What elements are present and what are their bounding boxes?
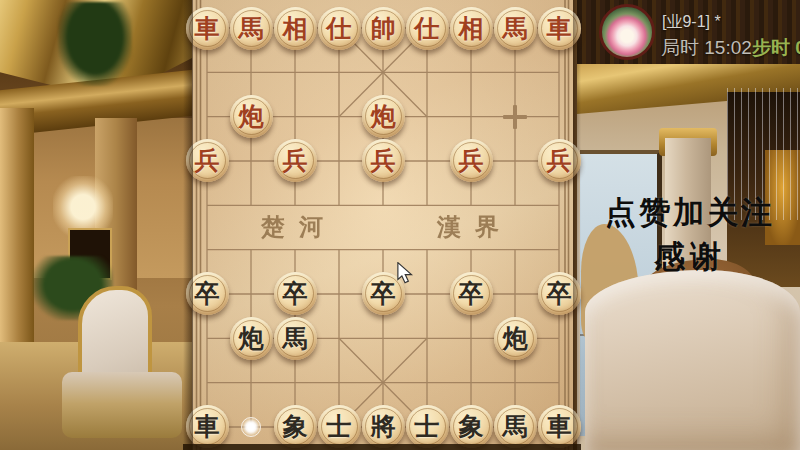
piece-char: 卒 [283,281,308,306]
piece-char: 車 [547,16,572,41]
piece-char: 帥 [371,16,396,41]
board-bottom-edge [183,444,581,450]
left-room-photo [0,0,193,450]
piece-black-馬[interactable]: 馬 [274,317,317,360]
piece-red-相[interactable]: 相 [450,7,493,50]
piece-red-炮[interactable]: 炮 [362,95,405,138]
piece-black-士[interactable]: 士 [406,405,449,448]
piece-char: 象 [283,414,308,439]
piece-char: 車 [195,16,220,41]
piece-char: 相 [283,16,308,41]
gilded-chair-seat [62,372,182,438]
xiangqi-board[interactable]: 楚河 漢界 車馬相仕帥仕相馬車炮炮兵兵兵兵兵卒卒卒卒卒炮馬炮車象士將士象馬車 [192,0,573,450]
piece-red-兵[interactable]: 兵 [450,139,493,182]
piece-red-仕[interactable]: 仕 [318,7,361,50]
piece-red-帥[interactable]: 帥 [362,7,405,50]
piece-black-卒[interactable]: 卒 [274,272,317,315]
step-time-clock: 步时 0 [752,35,800,61]
piece-black-炮[interactable]: 炮 [230,317,273,360]
piece-char: 卒 [195,281,220,306]
piece-red-馬[interactable]: 馬 [230,7,273,50]
piece-red-兵[interactable]: 兵 [274,139,317,182]
piece-char: 炮 [371,104,396,129]
piece-black-象[interactable]: 象 [450,405,493,448]
piece-char: 仕 [327,16,352,41]
piece-char: 士 [327,414,352,439]
player-rank-name: [业9-1] * [662,12,721,33]
piece-char: 相 [459,16,484,41]
player-avatar-lotus[interactable] [599,4,655,60]
hanging-plant [58,2,132,86]
piece-char: 卒 [459,281,484,306]
piece-char: 馬 [503,16,528,41]
board-left-shadow [183,0,193,450]
piece-char: 炮 [239,326,264,351]
streamer-cta-text: 点赞加关注 感谢 [583,192,797,278]
board-right-shadow [573,0,581,450]
piece-red-炮[interactable]: 炮 [230,95,273,138]
piece-char: 兵 [283,148,308,173]
piece-char: 車 [195,414,220,439]
piece-black-將[interactable]: 將 [362,405,405,448]
piece-char: 兵 [195,148,220,173]
cta-line1: 点赞加关注 [583,192,797,234]
piece-char: 炮 [503,326,528,351]
piece-char: 仕 [415,16,440,41]
piece-char: 兵 [459,148,484,173]
piece-char: 馬 [503,414,528,439]
gold-pillar [0,108,34,378]
piece-char: 將 [371,414,396,439]
game-time-clock: 局时 15:02 [661,35,752,61]
piece-black-炮[interactable]: 炮 [494,317,537,360]
piece-char: 士 [415,414,440,439]
cta-line2: 感谢 [583,236,797,278]
piece-char: 炮 [239,104,264,129]
piece-red-兵[interactable]: 兵 [362,139,405,182]
last-move-origin-marker [503,105,527,129]
piece-char: 馬 [239,16,264,41]
piece-char: 兵 [371,148,396,173]
piece-black-士[interactable]: 士 [318,405,361,448]
river-label-right: 漢界 [420,212,530,242]
piece-char: 兵 [547,148,572,173]
piece-black-象[interactable]: 象 [274,405,317,448]
piece-char: 卒 [371,281,396,306]
piece-char: 馬 [283,326,308,351]
piece-red-相[interactable]: 相 [274,7,317,50]
river-label-left: 楚河 [244,212,354,242]
piece-char: 車 [547,414,572,439]
last-move-glow-marker [239,415,263,439]
piece-char: 卒 [547,281,572,306]
piece-char: 象 [459,414,484,439]
piece-black-馬[interactable]: 馬 [494,405,537,448]
mouse-cursor [396,262,414,284]
cream-sofa [585,270,800,450]
piece-red-馬[interactable]: 馬 [494,7,537,50]
piece-red-仕[interactable]: 仕 [406,7,449,50]
piece-black-卒[interactable]: 卒 [450,272,493,315]
